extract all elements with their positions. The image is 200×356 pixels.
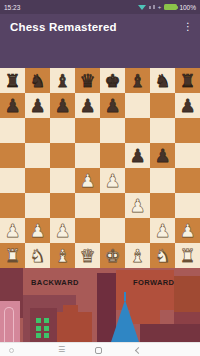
piece-white-pawn: ♟ (129, 193, 145, 218)
building-silhouette (63, 305, 78, 313)
square-g4[interactable] (150, 168, 175, 193)
home-icon[interactable] (95, 347, 102, 354)
app-title: Chess Remastered (10, 21, 117, 33)
building-arch-window (4, 307, 14, 342)
forward-button[interactable]: FORWARD (133, 278, 174, 287)
square-d3[interactable] (75, 193, 100, 218)
square-b1[interactable]: ♞ (25, 243, 50, 268)
piece-white-knight: ♞ (154, 243, 170, 268)
square-e7[interactable]: ♟ (100, 93, 125, 118)
square-h6[interactable] (175, 118, 200, 143)
piece-white-pawn: ♟ (4, 218, 20, 243)
square-a1[interactable]: ♜ (0, 243, 25, 268)
piece-black-queen: ♛ (79, 68, 95, 93)
square-d4[interactable]: ♟ (75, 168, 100, 193)
backward-button[interactable]: BACKWARD (31, 278, 79, 287)
signal-icon (153, 5, 155, 10)
square-c2[interactable]: ♟ (50, 218, 75, 243)
square-h7[interactable]: ♟ (175, 93, 200, 118)
square-f7[interactable] (125, 93, 150, 118)
square-b3[interactable] (25, 193, 50, 218)
square-c6[interactable] (50, 118, 75, 143)
square-h4[interactable] (175, 168, 200, 193)
square-f1[interactable]: ♝ (125, 243, 150, 268)
chess-board: ♜♞♝♛♚♝♞♜♟♟♟♟♟♟♟♟♟♟♟♟♟♟♟♟♜♞♝♛♚♝♞♜ (0, 68, 200, 268)
square-g6[interactable] (150, 118, 175, 143)
square-g3[interactable] (150, 193, 175, 218)
square-b8[interactable]: ♞ (25, 68, 50, 93)
signal-icon (149, 6, 151, 9)
piece-black-pawn: ♟ (129, 143, 145, 168)
square-c1[interactable]: ♝ (50, 243, 75, 268)
piece-black-bishop: ♝ (54, 68, 70, 93)
piece-black-knight: ♞ (29, 68, 45, 93)
square-d5[interactable] (75, 143, 100, 168)
square-d1[interactable]: ♛ (75, 243, 100, 268)
square-f8[interactable]: ♝ (125, 68, 150, 93)
app-bar: Chess Remastered ⋮ (0, 14, 200, 68)
piece-white-king: ♚ (104, 243, 120, 268)
square-b6[interactable] (25, 118, 50, 143)
piece-white-queen: ♛ (79, 243, 95, 268)
square-e1[interactable]: ♚ (100, 243, 125, 268)
piece-black-knight: ♞ (154, 68, 170, 93)
square-a8[interactable]: ♜ (0, 68, 25, 93)
menu-icon[interactable]: ☰ (58, 346, 65, 354)
square-f6[interactable] (125, 118, 150, 143)
battery-percent-label: 100% (179, 4, 196, 11)
android-nav-bar: ☰ (0, 342, 200, 356)
piece-white-pawn: ♟ (154, 218, 170, 243)
square-h2[interactable]: ♟ (175, 218, 200, 243)
square-g8[interactable]: ♞ (150, 68, 175, 93)
hide-navbar-icon[interactable] (9, 348, 14, 353)
square-a4[interactable] (0, 168, 25, 193)
building-silhouette (140, 324, 200, 342)
square-b7[interactable]: ♟ (25, 93, 50, 118)
square-c8[interactable]: ♝ (50, 68, 75, 93)
network-plus-label: + (158, 4, 162, 10)
piece-white-pawn: ♟ (179, 218, 195, 243)
piece-black-rook: ♜ (4, 68, 20, 93)
piece-white-rook: ♜ (4, 243, 20, 268)
square-g1[interactable]: ♞ (150, 243, 175, 268)
square-d7[interactable]: ♟ (75, 93, 100, 118)
square-a2[interactable]: ♟ (0, 218, 25, 243)
square-g5[interactable]: ♟ (150, 143, 175, 168)
piece-black-pawn: ♟ (179, 93, 195, 118)
square-a7[interactable]: ♟ (0, 93, 25, 118)
square-e8[interactable]: ♚ (100, 68, 125, 93)
piece-white-knight: ♞ (29, 243, 45, 268)
piece-white-rook: ♜ (179, 243, 195, 268)
square-e3[interactable] (100, 193, 125, 218)
square-g2[interactable]: ♟ (150, 218, 175, 243)
overflow-menu-icon[interactable]: ⋮ (183, 20, 193, 34)
piece-black-pawn: ♟ (29, 93, 45, 118)
clock: 15:23 (4, 4, 20, 11)
square-b5[interactable] (25, 143, 50, 168)
square-d6[interactable] (75, 118, 100, 143)
piece-black-pawn: ♟ (104, 93, 120, 118)
building-silhouette (55, 312, 92, 342)
building-windows (36, 318, 50, 339)
piece-white-pawn: ♟ (29, 218, 45, 243)
square-d2[interactable] (75, 218, 100, 243)
status-bar: 15:23 + 100% (0, 0, 200, 14)
square-b4[interactable] (25, 168, 50, 193)
square-h1[interactable]: ♜ (175, 243, 200, 268)
battery-icon (164, 4, 177, 10)
square-c5[interactable] (50, 143, 75, 168)
square-a5[interactable] (0, 143, 25, 168)
piece-black-pawn: ♟ (79, 93, 95, 118)
square-b2[interactable]: ♟ (25, 218, 50, 243)
chess-app-screen: 15:23 + 100% Chess Remastered ⋮ ♜♞♝♛♚♝♞♜… (0, 0, 200, 356)
piece-black-bishop: ♝ (129, 68, 145, 93)
piece-white-pawn: ♟ (79, 168, 95, 193)
square-h3[interactable] (175, 193, 200, 218)
piece-black-king: ♚ (104, 68, 120, 93)
piece-white-pawn: ♟ (104, 168, 120, 193)
piece-white-pawn: ♟ (54, 218, 70, 243)
square-c7[interactable]: ♟ (50, 93, 75, 118)
square-f3[interactable]: ♟ (125, 193, 150, 218)
square-e5[interactable] (100, 143, 125, 168)
piece-white-bishop: ♝ (129, 243, 145, 268)
square-f2[interactable] (125, 218, 150, 243)
square-g7[interactable] (150, 93, 175, 118)
square-h8[interactable]: ♜ (175, 68, 200, 93)
piece-black-pawn: ♟ (54, 93, 70, 118)
square-a6[interactable] (0, 118, 25, 143)
piece-black-rook: ♜ (179, 68, 195, 93)
wifi-icon (138, 5, 146, 10)
piece-black-pawn: ♟ (4, 93, 20, 118)
square-e6[interactable] (100, 118, 125, 143)
blue-spire-icon (111, 300, 139, 342)
piece-black-pawn: ♟ (154, 143, 170, 168)
piece-white-bishop: ♝ (54, 243, 70, 268)
back-icon[interactable] (135, 346, 142, 353)
square-e2[interactable] (100, 218, 125, 243)
square-d8[interactable]: ♛ (75, 68, 100, 93)
square-c3[interactable] (50, 193, 75, 218)
square-c4[interactable] (50, 168, 75, 193)
square-f4[interactable] (125, 168, 150, 193)
square-f5[interactable]: ♟ (125, 143, 150, 168)
square-h5[interactable] (175, 143, 200, 168)
building-silhouette (174, 276, 200, 312)
square-e4[interactable]: ♟ (100, 168, 125, 193)
background-scene: BACKWARD FORWARD (0, 268, 200, 342)
square-a3[interactable] (0, 193, 25, 218)
